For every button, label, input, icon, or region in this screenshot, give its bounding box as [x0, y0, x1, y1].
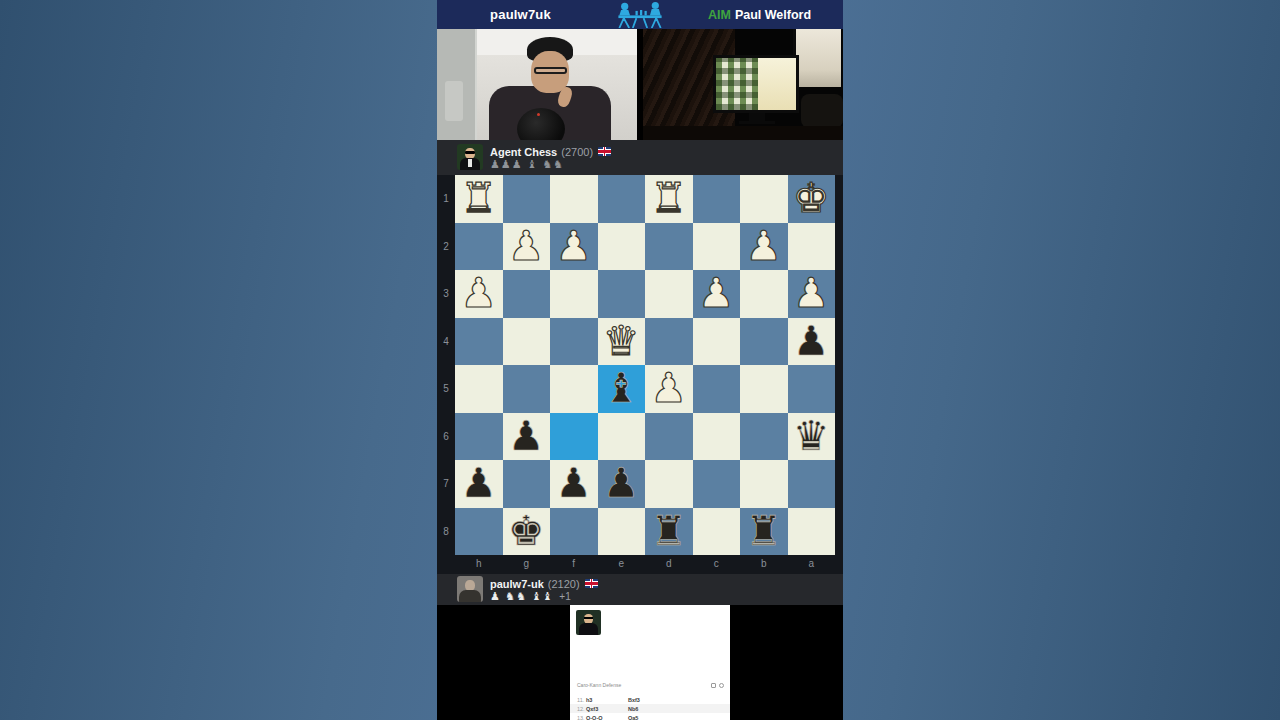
banner-left: paulw7uk	[437, 7, 604, 22]
square-c2[interactable]	[693, 223, 741, 271]
captured-pieces-white: ♟♟♟ ♝ ♞♞	[490, 159, 564, 170]
square-f7[interactable]: ♟	[550, 460, 598, 508]
square-a5[interactable]	[788, 365, 836, 413]
piece-wP-d5: ♟	[650, 365, 687, 413]
square-b6[interactable]	[740, 413, 788, 461]
monitor-base	[739, 121, 775, 124]
opening-name: Caro-Kann Defense	[577, 682, 621, 688]
square-a3[interactable]: ♟	[788, 270, 836, 318]
microphone-led	[537, 113, 540, 116]
move-black[interactable]: Nb6	[628, 706, 638, 712]
square-b7[interactable]	[740, 460, 788, 508]
flag-icon	[598, 147, 611, 156]
bottom-area: Caro-Kann Defense 11.h3Bxf312.Qxf3Nb613.…	[437, 605, 843, 720]
settings-icon[interactable]	[719, 683, 724, 688]
rank-label-8: 8	[437, 508, 455, 556]
file-label-c: c	[693, 555, 741, 574]
player-bar-white: Agent Chess (2700) ♟♟♟ ♝ ♞♞	[437, 140, 843, 175]
piece-wQ-e4: ♛	[603, 318, 640, 366]
onscreen-chessboard	[716, 58, 758, 110]
player-bar-black: paulw7-uk (2120) ♟ ♞♞ ♝♝ +1	[437, 574, 843, 605]
banner-right: AIMPaul Welford	[676, 8, 843, 22]
square-f1[interactable]	[550, 175, 598, 223]
square-e8[interactable]	[598, 508, 646, 556]
opening-row: Caro-Kann Defense	[577, 682, 724, 688]
square-f6[interactable]	[550, 413, 598, 461]
square-h2[interactable]	[455, 223, 503, 271]
move-white[interactable]: Qxf3	[586, 706, 628, 712]
captured-pieces-black: ♟ ♞♞ ♝♝	[490, 591, 553, 602]
board-section: 12345678 ♜♜♚♟♟♟♟♟♟♛♟♝♟♟♛♟♟♟♚♜♜	[437, 175, 843, 555]
piece-wR-h1: ♜	[460, 175, 497, 223]
square-h4[interactable]	[455, 318, 503, 366]
square-b3[interactable]	[740, 270, 788, 318]
piece-bK-g8: ♚	[508, 508, 545, 556]
stream-column: paulw7uk	[437, 0, 843, 720]
rank-label-2: 2	[437, 223, 455, 271]
piece-bP-a4: ♟	[793, 318, 830, 366]
piece-wP-a3: ♟	[793, 270, 830, 318]
square-a2[interactable]	[788, 223, 836, 271]
rank-label-6: 6	[437, 413, 455, 461]
square-h6[interactable]	[455, 413, 503, 461]
file-label-b: b	[740, 555, 788, 574]
move-white[interactable]: h3	[586, 697, 628, 703]
square-b1[interactable]	[740, 175, 788, 223]
square-c8[interactable]	[693, 508, 741, 556]
square-c1[interactable]	[693, 175, 741, 223]
square-g6[interactable]: ♟	[503, 413, 551, 461]
square-d4[interactable]	[645, 318, 693, 366]
square-d5[interactable]: ♟	[645, 365, 693, 413]
square-d6[interactable]	[645, 413, 693, 461]
square-e4[interactable]: ♛	[598, 318, 646, 366]
monitor-screen	[716, 58, 796, 110]
piece-wP-h3: ♟	[460, 270, 497, 318]
square-h3[interactable]: ♟	[455, 270, 503, 318]
piece-wP-g2: ♟	[508, 223, 545, 271]
piece-bR-d8: ♜	[650, 508, 687, 556]
square-h8[interactable]	[455, 508, 503, 556]
webcam-left	[437, 29, 637, 140]
door-panel	[445, 81, 463, 121]
flag-icon	[585, 579, 598, 588]
move-row-11: 11.h3Bxf3	[570, 695, 730, 704]
move-list: 11.h3Bxf312.Qxf3Nb613.O-O-OQa5	[570, 695, 730, 720]
player-name-black[interactable]: paulw7-uk	[490, 578, 544, 590]
square-a8[interactable]	[788, 508, 836, 556]
webcam-row	[437, 29, 843, 140]
piece-wP-c3: ♟	[698, 270, 735, 318]
rank-label-5: 5	[437, 365, 455, 413]
square-f2[interactable]: ♟	[550, 223, 598, 271]
square-b4[interactable]	[740, 318, 788, 366]
rank-label-3: 3	[437, 270, 455, 318]
file-label-a: a	[788, 555, 836, 574]
square-a6[interactable]: ♛	[788, 413, 836, 461]
chair-silhouette	[801, 94, 843, 128]
square-h7[interactable]: ♟	[455, 460, 503, 508]
piece-bR-b8: ♜	[745, 508, 782, 556]
piece-wK-a1: ♚	[793, 175, 830, 223]
file-label-g: g	[503, 555, 551, 574]
player-name-white[interactable]: Agent Chess	[490, 146, 557, 158]
move-number: 12.	[570, 706, 586, 712]
square-e2[interactable]	[598, 223, 646, 271]
piece-bQ-a6: ♛	[793, 413, 830, 461]
move-row-12: 12.Qxf3Nb6	[570, 704, 730, 713]
avatar-sunglasses	[584, 617, 593, 619]
square-e1[interactable]	[598, 175, 646, 223]
monitor	[713, 55, 799, 113]
square-h5[interactable]	[455, 365, 503, 413]
square-d2[interactable]	[645, 223, 693, 271]
square-b8[interactable]: ♜	[740, 508, 788, 556]
avatar-sunglasses	[465, 151, 475, 154]
commentator-name: AIMPaul Welford	[708, 8, 811, 22]
board: ♜♜♚♟♟♟♟♟♟♛♟♝♟♟♛♟♟♟♚♜♜	[455, 175, 835, 555]
square-g8[interactable]: ♚	[503, 508, 551, 556]
avatar-body	[459, 590, 481, 602]
piece-wR-d1: ♜	[650, 175, 687, 223]
piece-bB-e5: ♝	[603, 365, 640, 413]
square-g7[interactable]	[503, 460, 551, 508]
video-frame: paulw7uk	[0, 0, 1280, 720]
rank-label-1: 1	[437, 175, 455, 223]
file-coordinates: hgfedcba	[437, 555, 843, 574]
material-advantage: +1	[559, 591, 570, 602]
move-black[interactable]: Qa5	[628, 715, 638, 720]
square-f8[interactable]	[550, 508, 598, 556]
square-b5[interactable]	[740, 365, 788, 413]
file-label-e: e	[598, 555, 646, 574]
piece-bP-g6: ♟	[508, 413, 545, 461]
square-b2[interactable]: ♟	[740, 223, 788, 271]
square-g5[interactable]	[503, 365, 551, 413]
analysis-panel: Caro-Kann Defense 11.h3Bxf312.Qxf3Nb613.…	[570, 605, 730, 720]
title-prefix: AIM	[708, 8, 731, 22]
square-c3[interactable]: ♟	[693, 270, 741, 318]
square-g2[interactable]: ♟	[503, 223, 551, 271]
square-f5[interactable]	[550, 365, 598, 413]
move-number: 13.	[570, 715, 586, 720]
player-rating-black: (2120)	[548, 578, 580, 590]
rank-label-4: 4	[437, 318, 455, 366]
piece-wP-f2: ♟	[555, 223, 592, 271]
square-a1[interactable]: ♚	[788, 175, 836, 223]
square-c5[interactable]	[693, 365, 741, 413]
onscreen-sidebar	[758, 58, 796, 110]
channel-name: paulw7uk	[490, 7, 551, 22]
square-c4[interactable]	[693, 318, 741, 366]
desk	[643, 126, 843, 140]
piece-bP-e7: ♟	[603, 460, 640, 508]
square-h1[interactable]: ♜	[455, 175, 503, 223]
avatar-suit	[579, 623, 598, 635]
square-d8[interactable]: ♜	[645, 508, 693, 556]
chess-players-logo-icon	[612, 1, 668, 28]
square-a7[interactable]	[788, 460, 836, 508]
square-f3[interactable]	[550, 270, 598, 318]
move-white[interactable]: O-O-O	[586, 715, 628, 720]
banner-logo	[604, 1, 676, 28]
square-d3[interactable]	[645, 270, 693, 318]
square-e5[interactable]: ♝	[598, 365, 646, 413]
square-g1[interactable]	[503, 175, 551, 223]
avatar-agent-chess-small	[576, 610, 601, 635]
square-f4[interactable]	[550, 318, 598, 366]
file-label-f: f	[550, 555, 598, 574]
move-row-13: 13.O-O-OQa5	[570, 713, 730, 720]
bright-window	[793, 29, 841, 87]
square-e7[interactable]: ♟	[598, 460, 646, 508]
square-c6[interactable]	[693, 413, 741, 461]
piece-bP-h7: ♟	[460, 460, 497, 508]
piece-bP-f7: ♟	[555, 460, 592, 508]
presenter-glasses	[534, 67, 567, 74]
move-black[interactable]: Bxf3	[628, 697, 640, 703]
square-d7[interactable]	[645, 460, 693, 508]
square-g3[interactable]	[503, 270, 551, 318]
square-c7[interactable]	[693, 460, 741, 508]
avatar-paulw7uk[interactable]	[457, 576, 483, 602]
square-g4[interactable]	[503, 318, 551, 366]
top-banner: paulw7uk	[437, 0, 843, 29]
piece-wP-b2: ♟	[745, 223, 782, 271]
square-a4[interactable]: ♟	[788, 318, 836, 366]
rank-coordinates: 12345678	[437, 175, 455, 555]
webcam-right	[643, 29, 843, 140]
rank-label-7: 7	[437, 460, 455, 508]
file-label-h: h	[455, 555, 503, 574]
player-rating-white: (2700)	[561, 146, 593, 158]
board-right-margin	[835, 175, 843, 555]
square-e3[interactable]	[598, 270, 646, 318]
avatar-agent-chess[interactable]	[457, 144, 483, 170]
copy-icon[interactable]	[711, 683, 716, 688]
square-d1[interactable]: ♜	[645, 175, 693, 223]
file-label-d: d	[645, 555, 693, 574]
square-e6[interactable]	[598, 413, 646, 461]
move-number: 11.	[570, 697, 586, 703]
avatar-shirt	[468, 159, 472, 167]
